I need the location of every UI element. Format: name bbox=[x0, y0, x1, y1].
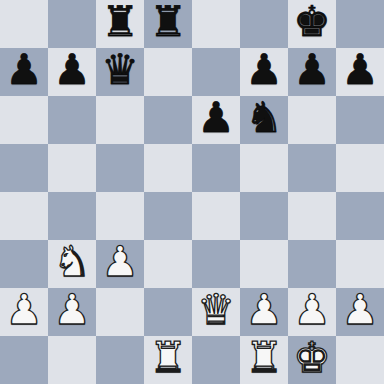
square-h1[interactable] bbox=[336, 336, 384, 384]
black-rook[interactable]: ♜ bbox=[101, 0, 139, 46]
square-g5[interactable] bbox=[288, 144, 336, 192]
square-g2[interactable]: ♟ bbox=[288, 288, 336, 336]
square-f1[interactable]: ♜ bbox=[240, 336, 288, 384]
square-g4[interactable] bbox=[288, 192, 336, 240]
square-f2[interactable]: ♟ bbox=[240, 288, 288, 336]
square-d3[interactable] bbox=[144, 240, 192, 288]
square-f6[interactable]: ♞ bbox=[240, 96, 288, 144]
white-pawn[interactable]: ♟ bbox=[341, 288, 379, 334]
square-f5[interactable] bbox=[240, 144, 288, 192]
white-rook[interactable]: ♜ bbox=[245, 336, 283, 382]
square-h3[interactable] bbox=[336, 240, 384, 288]
white-king[interactable]: ♚ bbox=[293, 336, 331, 382]
square-c3[interactable]: ♟ bbox=[96, 240, 144, 288]
square-h4[interactable] bbox=[336, 192, 384, 240]
square-d8[interactable]: ♜ bbox=[144, 0, 192, 48]
square-c2[interactable] bbox=[96, 288, 144, 336]
square-g8[interactable]: ♚ bbox=[288, 0, 336, 48]
square-e8[interactable] bbox=[192, 0, 240, 48]
black-pawn[interactable]: ♟ bbox=[293, 48, 331, 94]
square-f4[interactable] bbox=[240, 192, 288, 240]
square-c8[interactable]: ♜ bbox=[96, 0, 144, 48]
black-king[interactable]: ♚ bbox=[293, 0, 331, 46]
square-b8[interactable] bbox=[48, 0, 96, 48]
square-b6[interactable] bbox=[48, 96, 96, 144]
square-c5[interactable] bbox=[96, 144, 144, 192]
square-h5[interactable] bbox=[336, 144, 384, 192]
square-f3[interactable] bbox=[240, 240, 288, 288]
square-h2[interactable]: ♟ bbox=[336, 288, 384, 336]
square-d4[interactable] bbox=[144, 192, 192, 240]
white-pawn[interactable]: ♟ bbox=[5, 288, 43, 334]
square-e6[interactable]: ♟ bbox=[192, 96, 240, 144]
square-d5[interactable] bbox=[144, 144, 192, 192]
square-a7[interactable]: ♟ bbox=[0, 48, 48, 96]
square-c1[interactable] bbox=[96, 336, 144, 384]
square-e5[interactable] bbox=[192, 144, 240, 192]
white-queen[interactable]: ♛ bbox=[197, 288, 235, 334]
black-pawn[interactable]: ♟ bbox=[341, 48, 379, 94]
square-f8[interactable] bbox=[240, 0, 288, 48]
square-h8[interactable] bbox=[336, 0, 384, 48]
chess-board: ♜♜♚♟♟♛♟♟♟♟♞♞♟♟♟♛♟♟♟♜♜♚ bbox=[0, 0, 384, 384]
square-a5[interactable] bbox=[0, 144, 48, 192]
square-b5[interactable] bbox=[48, 144, 96, 192]
square-a2[interactable]: ♟ bbox=[0, 288, 48, 336]
white-rook[interactable]: ♜ bbox=[149, 336, 187, 382]
square-a8[interactable] bbox=[0, 0, 48, 48]
square-a3[interactable] bbox=[0, 240, 48, 288]
square-d7[interactable] bbox=[144, 48, 192, 96]
black-queen[interactable]: ♛ bbox=[101, 48, 139, 94]
black-pawn[interactable]: ♟ bbox=[245, 48, 283, 94]
square-c4[interactable] bbox=[96, 192, 144, 240]
square-b2[interactable]: ♟ bbox=[48, 288, 96, 336]
square-h6[interactable] bbox=[336, 96, 384, 144]
square-f7[interactable]: ♟ bbox=[240, 48, 288, 96]
black-pawn[interactable]: ♟ bbox=[5, 48, 43, 94]
square-e1[interactable] bbox=[192, 336, 240, 384]
square-b1[interactable] bbox=[48, 336, 96, 384]
square-g7[interactable]: ♟ bbox=[288, 48, 336, 96]
square-d2[interactable] bbox=[144, 288, 192, 336]
square-e3[interactable] bbox=[192, 240, 240, 288]
square-b3[interactable]: ♞ bbox=[48, 240, 96, 288]
square-d6[interactable] bbox=[144, 96, 192, 144]
black-rook[interactable]: ♜ bbox=[149, 0, 187, 46]
white-pawn[interactable]: ♟ bbox=[245, 288, 283, 334]
square-d1[interactable]: ♜ bbox=[144, 336, 192, 384]
square-g6[interactable] bbox=[288, 96, 336, 144]
white-pawn[interactable]: ♟ bbox=[53, 288, 91, 334]
square-b4[interactable] bbox=[48, 192, 96, 240]
square-h7[interactable]: ♟ bbox=[336, 48, 384, 96]
white-pawn[interactable]: ♟ bbox=[293, 288, 331, 334]
square-e2[interactable]: ♛ bbox=[192, 288, 240, 336]
square-a6[interactable] bbox=[0, 96, 48, 144]
black-pawn[interactable]: ♟ bbox=[53, 48, 91, 94]
square-g3[interactable] bbox=[288, 240, 336, 288]
white-pawn[interactable]: ♟ bbox=[101, 240, 139, 286]
square-g1[interactable]: ♚ bbox=[288, 336, 336, 384]
black-knight[interactable]: ♞ bbox=[245, 96, 283, 142]
square-c6[interactable] bbox=[96, 96, 144, 144]
black-pawn[interactable]: ♟ bbox=[197, 96, 235, 142]
square-e7[interactable] bbox=[192, 48, 240, 96]
square-a4[interactable] bbox=[0, 192, 48, 240]
square-a1[interactable] bbox=[0, 336, 48, 384]
square-b7[interactable]: ♟ bbox=[48, 48, 96, 96]
square-c7[interactable]: ♛ bbox=[96, 48, 144, 96]
square-e4[interactable] bbox=[192, 192, 240, 240]
white-knight[interactable]: ♞ bbox=[53, 240, 91, 286]
